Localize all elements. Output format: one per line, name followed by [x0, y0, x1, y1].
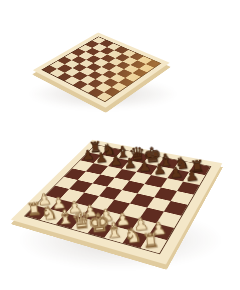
- square-b4: [69, 180, 92, 193]
- piece-black-rook: ♜: [188, 158, 206, 175]
- square-h7: ♟: [183, 172, 205, 184]
- square-h8: ♜: [189, 164, 210, 176]
- piece-white-pawn: ♟: [64, 199, 84, 217]
- piece-white-pawn: ♟: [35, 192, 54, 209]
- piece-white-rook: ♜: [24, 201, 44, 220]
- product-photo-scene: ♜♞♝♛♚♝♞♜♟♟♟♟♟♟♟♟♟♟♟♟♟♟♟♟♜♞♝♛♚♝♞♜: [0, 0, 240, 290]
- square-b2: ♟: [50, 199, 74, 213]
